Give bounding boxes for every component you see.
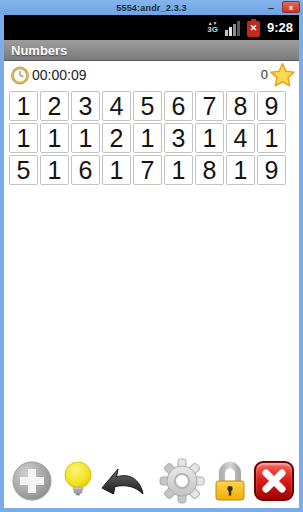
grid-cell[interactable]: 4 <box>226 123 255 153</box>
add-numbers-button[interactable] <box>12 461 52 501</box>
battery-error-icon: ✕ <box>247 21 260 37</box>
grid-cell[interactable]: 3 <box>71 91 100 121</box>
grid-cell[interactable]: 1 <box>102 155 131 185</box>
plus-icon <box>12 461 52 501</box>
grid-cell[interactable]: 1 <box>164 155 193 185</box>
grid-cell[interactable]: 8 <box>226 91 255 121</box>
clock-icon <box>10 65 30 85</box>
grid-cell[interactable]: 6 <box>71 155 100 185</box>
score-value: 0 <box>261 67 268 82</box>
star-icon <box>269 62 296 88</box>
grid-cell[interactable]: 1 <box>195 123 224 153</box>
gear-icon <box>158 457 206 505</box>
emulator-window: 5554:andr_2.3.3 – x ▲▼ 3G ✕ 9:28 Numbers <box>0 0 303 512</box>
close-x-icon <box>254 461 294 501</box>
window-title: 5554:andr_2.3.3 <box>0 3 303 13</box>
grid-cell[interactable]: 7 <box>195 91 224 121</box>
number-grid: 123456789111213141516171819 <box>9 91 299 185</box>
grid-cell[interactable]: 1 <box>9 91 38 121</box>
padlock-icon <box>212 459 248 503</box>
grid-cell[interactable]: 2 <box>102 123 131 153</box>
lock-button[interactable] <box>212 459 248 503</box>
app-title: Numbers <box>11 43 67 58</box>
window-minimize-button[interactable]: – <box>264 1 278 13</box>
grid-cell[interactable]: 5 <box>9 155 38 185</box>
grid-cell[interactable]: 1 <box>257 123 286 153</box>
3g-data-icon: ▲▼ 3G <box>207 21 218 34</box>
grid-cell[interactable]: 8 <box>195 155 224 185</box>
device-screen: ▲▼ 3G ✕ 9:28 Numbers <box>4 15 299 508</box>
grid-cell[interactable]: 3 <box>164 123 193 153</box>
exit-button[interactable] <box>254 461 294 501</box>
android-status-bar: ▲▼ 3G ✕ 9:28 <box>4 15 299 40</box>
window-close-button[interactable]: x <box>282 1 300 13</box>
hint-button[interactable] <box>61 460 95 502</box>
grid-cell[interactable]: 1 <box>9 123 38 153</box>
status-clock: 9:28 <box>267 20 293 35</box>
signal-strength-icon <box>225 20 240 36</box>
grid-cell[interactable]: 1 <box>133 123 162 153</box>
grid-cell[interactable]: 6 <box>164 91 193 121</box>
timer-value: 00:00:09 <box>32 67 87 83</box>
grid-cell[interactable]: 5 <box>133 91 162 121</box>
grid-cell[interactable]: 1 <box>40 123 69 153</box>
window-titlebar: 5554:andr_2.3.3 – x <box>0 0 303 15</box>
lightbulb-icon <box>61 460 95 502</box>
grid-cell[interactable]: 1 <box>226 155 255 185</box>
grid-cell[interactable]: 7 <box>133 155 162 185</box>
grid-cell[interactable]: 1 <box>71 123 100 153</box>
toolbar <box>4 459 299 508</box>
grid-cell[interactable]: 9 <box>257 91 286 121</box>
settings-button[interactable] <box>158 457 206 505</box>
undo-arrow-icon <box>99 460 144 502</box>
grid-cell[interactable]: 4 <box>102 91 131 121</box>
grid-cell[interactable]: 9 <box>257 155 286 185</box>
app-title-bar: Numbers <box>4 40 299 61</box>
grid-cell[interactable]: 1 <box>40 155 69 185</box>
grid-cell[interactable]: 2 <box>40 91 69 121</box>
undo-button[interactable] <box>99 460 144 502</box>
hud-row: 00:00:09 0 <box>4 61 299 88</box>
